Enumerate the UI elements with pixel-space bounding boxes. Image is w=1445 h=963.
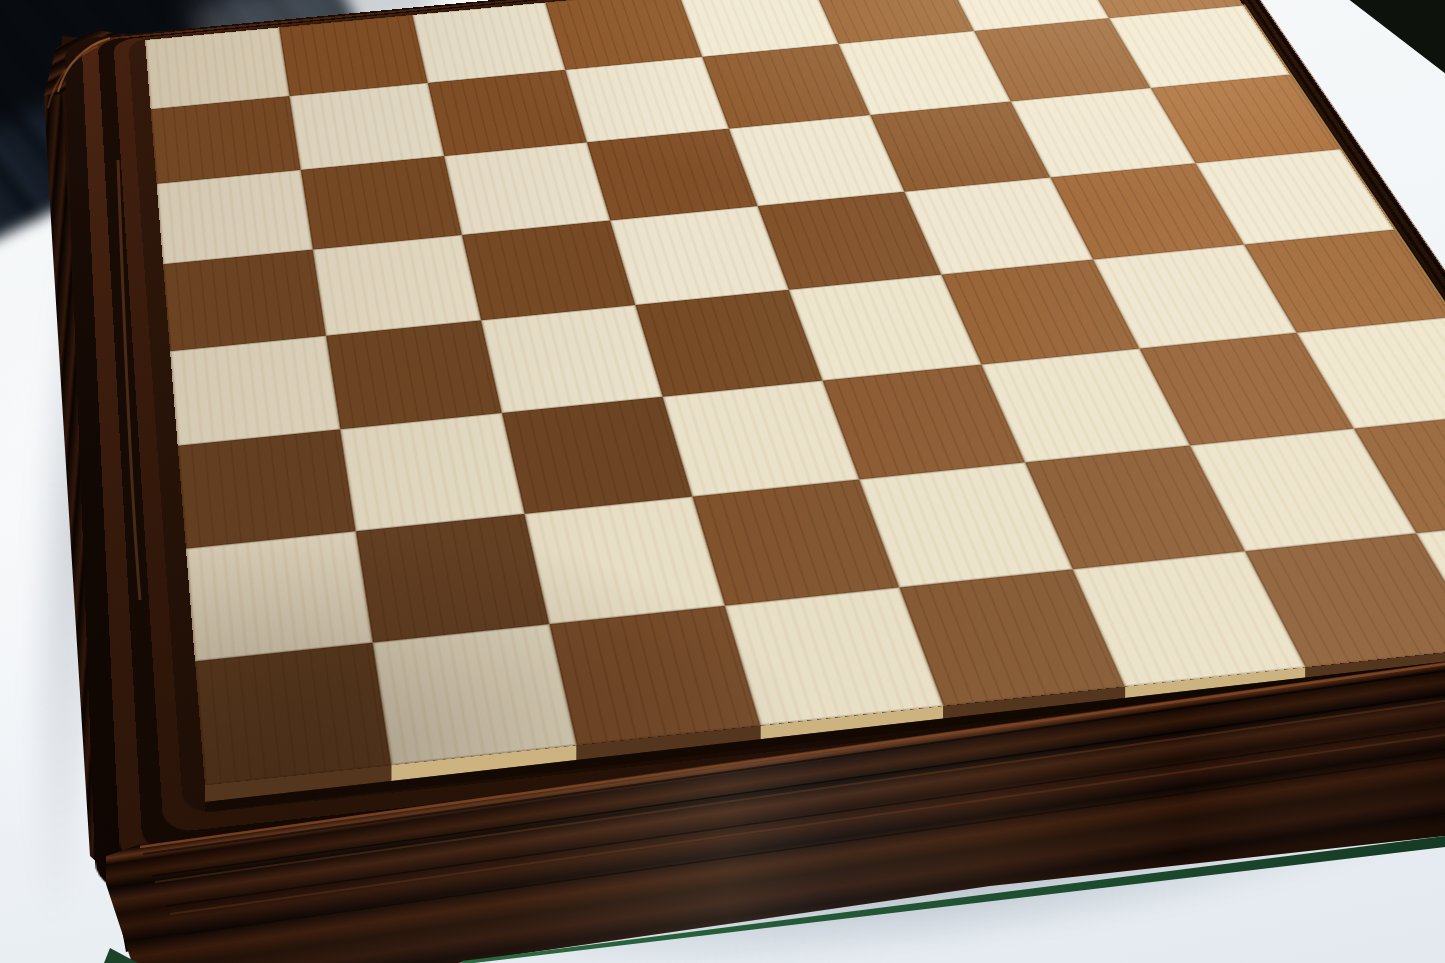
square-c2[interactable] (525, 497, 725, 625)
square-d5[interactable] (610, 206, 789, 305)
square-a6[interactable] (157, 170, 313, 264)
square-a8[interactable] (145, 27, 289, 109)
square-a7[interactable] (151, 96, 301, 184)
square-d7[interactable] (565, 57, 729, 143)
square-a3[interactable] (178, 429, 356, 548)
square-b6[interactable] (301, 156, 462, 249)
chess-board (145, 0, 1445, 785)
square-c1[interactable] (549, 606, 760, 745)
square-d6[interactable] (587, 129, 758, 221)
square-a1[interactable] (195, 643, 391, 785)
square-a5[interactable] (163, 250, 326, 352)
square-c8[interactable] (412, 2, 565, 82)
square-a4[interactable] (170, 336, 340, 446)
square-c5[interactable] (462, 220, 635, 320)
square-b4[interactable] (326, 320, 502, 429)
square-b2[interactable] (356, 514, 550, 643)
square-c7[interactable] (428, 70, 587, 156)
square-c3[interactable] (502, 397, 692, 514)
square-c6[interactable] (444, 142, 610, 235)
square-c4[interactable] (481, 305, 663, 413)
square-a2[interactable] (186, 531, 373, 661)
square-b3[interactable] (340, 413, 524, 531)
square-b1[interactable] (373, 624, 577, 765)
square-b5[interactable] (313, 235, 481, 336)
scene (0, 0, 1445, 963)
square-b7[interactable] (289, 83, 444, 170)
square-b8[interactable] (279, 15, 428, 96)
